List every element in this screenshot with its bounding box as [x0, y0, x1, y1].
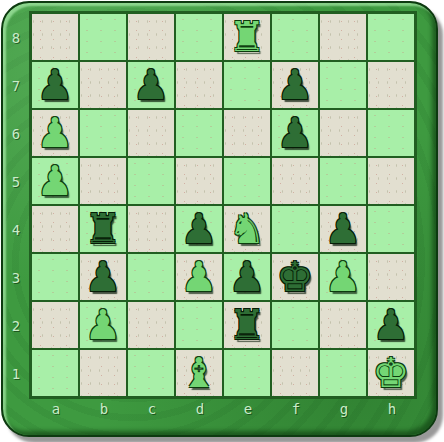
square-e7[interactable]: [224, 62, 270, 108]
piece-white-knight-e4[interactable]: ♞: [224, 206, 270, 252]
rank-label-1: 1: [5, 350, 27, 398]
square-e5[interactable]: [224, 158, 270, 204]
file-label-e: e: [224, 401, 272, 425]
square-d8[interactable]: [176, 14, 222, 60]
square-c4[interactable]: [128, 206, 174, 252]
square-c3[interactable]: [128, 254, 174, 300]
piece-white-pawn-d3[interactable]: ♟: [176, 254, 222, 300]
square-f5[interactable]: [272, 158, 318, 204]
square-h1[interactable]: ♚: [368, 350, 414, 396]
square-g5[interactable]: [320, 158, 366, 204]
square-b5[interactable]: [80, 158, 126, 204]
square-c1[interactable]: [128, 350, 174, 396]
piece-black-pawn-d4[interactable]: ♟: [176, 206, 222, 252]
square-e3[interactable]: ♟: [224, 254, 270, 300]
rank-labels: 87654321: [5, 14, 27, 398]
file-label-a: a: [32, 401, 80, 425]
piece-white-pawn-a6[interactable]: ♟: [32, 110, 78, 156]
piece-black-pawn-b3[interactable]: ♟: [80, 254, 126, 300]
piece-black-pawn-f6[interactable]: ♟: [272, 110, 318, 156]
square-c5[interactable]: [128, 158, 174, 204]
square-h8[interactable]: [368, 14, 414, 60]
piece-black-pawn-f7[interactable]: ♟: [272, 62, 318, 108]
piece-white-pawn-b2[interactable]: ♟: [80, 302, 126, 348]
piece-white-rook-e8[interactable]: ♜: [224, 14, 270, 60]
square-b6[interactable]: [80, 110, 126, 156]
rank-label-8: 8: [5, 14, 27, 62]
square-g4[interactable]: ♟: [320, 206, 366, 252]
piece-black-king-f3[interactable]: ♚: [272, 254, 318, 300]
piece-black-rook-e2[interactable]: ♜: [224, 302, 270, 348]
square-a2[interactable]: [32, 302, 78, 348]
file-label-c: c: [128, 401, 176, 425]
square-d2[interactable]: [176, 302, 222, 348]
square-b7[interactable]: [80, 62, 126, 108]
square-h3[interactable]: [368, 254, 414, 300]
square-a6[interactable]: ♟: [32, 110, 78, 156]
square-g1[interactable]: [320, 350, 366, 396]
square-b4[interactable]: ♜: [80, 206, 126, 252]
rank-label-2: 2: [5, 302, 27, 350]
square-b2[interactable]: ♟: [80, 302, 126, 348]
square-f3[interactable]: ♚: [272, 254, 318, 300]
piece-black-pawn-g4[interactable]: ♟: [320, 206, 366, 252]
square-g8[interactable]: [320, 14, 366, 60]
square-g2[interactable]: [320, 302, 366, 348]
square-d1[interactable]: ♝: [176, 350, 222, 396]
square-a8[interactable]: [32, 14, 78, 60]
piece-white-pawn-a5[interactable]: ♟: [32, 158, 78, 204]
piece-white-bishop-d1[interactable]: ♝: [176, 350, 222, 396]
square-d6[interactable]: [176, 110, 222, 156]
square-f1[interactable]: [272, 350, 318, 396]
square-f4[interactable]: [272, 206, 318, 252]
square-c2[interactable]: [128, 302, 174, 348]
piece-black-pawn-h2[interactable]: ♟: [368, 302, 414, 348]
square-h6[interactable]: [368, 110, 414, 156]
rank-label-7: 7: [5, 62, 27, 110]
square-c8[interactable]: [128, 14, 174, 60]
square-e8[interactable]: ♜: [224, 14, 270, 60]
chess-board[interactable]: ♜♟♟♟♟♟♟♜♟♞♟♟♟♟♚♟♟♜♟♝♚: [29, 11, 417, 399]
square-b8[interactable]: [80, 14, 126, 60]
square-g3[interactable]: ♟: [320, 254, 366, 300]
piece-white-king-h1[interactable]: ♚: [368, 350, 414, 396]
square-f8[interactable]: [272, 14, 318, 60]
square-e6[interactable]: [224, 110, 270, 156]
square-a7[interactable]: ♟: [32, 62, 78, 108]
piece-black-pawn-e3[interactable]: ♟: [224, 254, 270, 300]
square-b3[interactable]: ♟: [80, 254, 126, 300]
piece-black-pawn-a7[interactable]: ♟: [32, 62, 78, 108]
square-b1[interactable]: [80, 350, 126, 396]
square-a4[interactable]: [32, 206, 78, 252]
file-label-h: h: [368, 401, 416, 425]
square-g6[interactable]: [320, 110, 366, 156]
square-e4[interactable]: ♞: [224, 206, 270, 252]
file-label-g: g: [320, 401, 368, 425]
square-d5[interactable]: [176, 158, 222, 204]
square-c6[interactable]: [128, 110, 174, 156]
square-h4[interactable]: [368, 206, 414, 252]
piece-black-pawn-c7[interactable]: ♟: [128, 62, 174, 108]
square-e2[interactable]: ♜: [224, 302, 270, 348]
square-f2[interactable]: [272, 302, 318, 348]
square-a3[interactable]: [32, 254, 78, 300]
square-h2[interactable]: ♟: [368, 302, 414, 348]
rank-label-3: 3: [5, 254, 27, 302]
piece-black-rook-b4[interactable]: ♜: [80, 206, 126, 252]
rank-label-4: 4: [5, 206, 27, 254]
square-c7[interactable]: ♟: [128, 62, 174, 108]
square-f6[interactable]: ♟: [272, 110, 318, 156]
square-g7[interactable]: [320, 62, 366, 108]
file-labels: abcdefgh: [32, 401, 416, 425]
rank-label-6: 6: [5, 110, 27, 158]
square-d3[interactable]: ♟: [176, 254, 222, 300]
piece-white-pawn-g3[interactable]: ♟: [320, 254, 366, 300]
square-h7[interactable]: [368, 62, 414, 108]
square-h5[interactable]: [368, 158, 414, 204]
chess-app-window: 87654321 ♜♟♟♟♟♟♟♜♟♞♟♟♟♟♚♟♟♜♟♝♚ abcdefgh: [0, 0, 444, 442]
file-label-b: b: [80, 401, 128, 425]
square-f7[interactable]: ♟: [272, 62, 318, 108]
file-label-d: d: [176, 401, 224, 425]
square-a5[interactable]: ♟: [32, 158, 78, 204]
file-label-f: f: [272, 401, 320, 425]
rank-label-5: 5: [5, 158, 27, 206]
square-d7[interactable]: [176, 62, 222, 108]
square-d4[interactable]: ♟: [176, 206, 222, 252]
square-e1[interactable]: [224, 350, 270, 396]
square-a1[interactable]: [32, 350, 78, 396]
